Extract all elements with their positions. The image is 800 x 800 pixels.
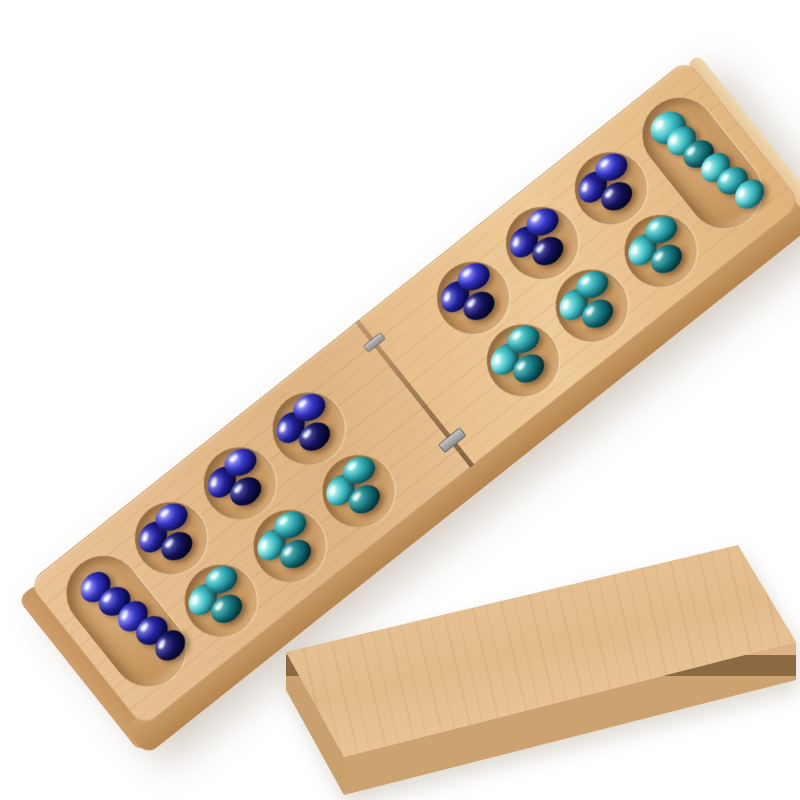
storage-box (278, 537, 800, 800)
scene (0, 0, 800, 800)
